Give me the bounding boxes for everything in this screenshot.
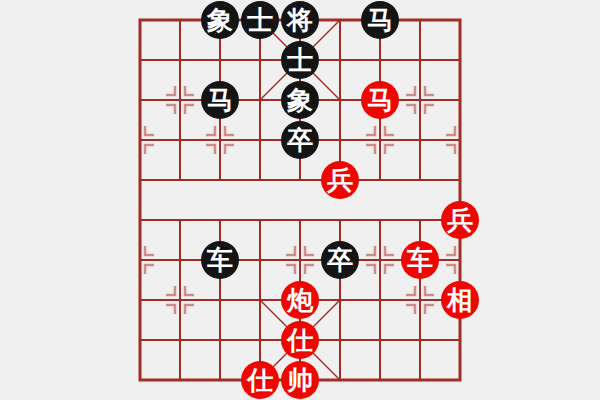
black-chariot[interactable]: 车 [201,241,239,279]
black-advisor[interactable]: 士 [281,41,319,79]
red-general[interactable]: 帅 [281,361,319,399]
red-chariot[interactable]: 车 [401,241,439,279]
board-grid: 象士将马士马象马卒兵兵车卒车炮相仕仕帅 [120,0,480,400]
black-horse[interactable]: 马 [201,81,239,119]
black-general[interactable]: 将 [281,1,319,39]
red-cannon[interactable]: 炮 [281,281,319,319]
red-soldier[interactable]: 兵 [321,161,359,199]
xiangqi-board: 象士将马士马象马卒兵兵车卒车炮相仕仕帅 [0,0,600,400]
red-horse[interactable]: 马 [361,81,399,119]
black-advisor[interactable]: 士 [241,1,279,39]
red-advisor[interactable]: 仕 [241,361,279,399]
black-elephant[interactable]: 象 [281,81,319,119]
black-pawn[interactable]: 卒 [281,121,319,159]
black-elephant[interactable]: 象 [201,1,239,39]
red-elephant[interactable]: 相 [441,281,479,319]
black-pawn[interactable]: 卒 [321,241,359,279]
red-soldier[interactable]: 兵 [441,201,479,239]
red-advisor[interactable]: 仕 [281,321,319,359]
black-horse[interactable]: 马 [361,1,399,39]
